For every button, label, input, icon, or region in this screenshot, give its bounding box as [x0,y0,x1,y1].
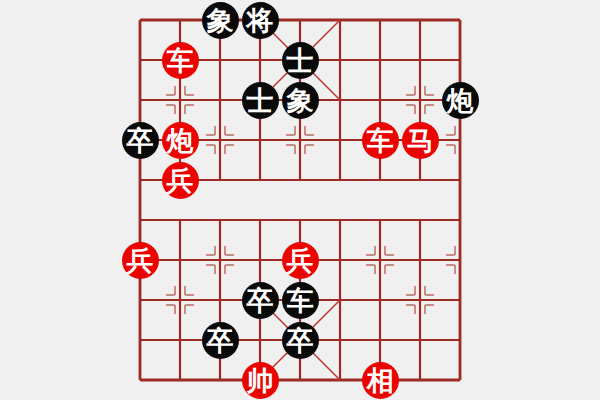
piece-black-chariot[interactable]: 车 [280,280,320,320]
piece-black-cannon[interactable]: 炮 [440,80,480,120]
piece-red-cannon[interactable]: 炮 [160,120,200,160]
red-piece-glyph: 车 [162,42,199,79]
piece-black-pawn[interactable]: 卒 [240,280,280,320]
black-piece-glyph: 卒 [242,282,279,319]
black-piece-glyph: 士 [242,82,279,119]
black-piece-glyph: 卒 [122,122,159,159]
red-piece-glyph: 马 [402,122,439,159]
piece-red-general[interactable]: 帅 [240,360,280,400]
red-piece-glyph: 车 [362,122,399,159]
piece-red-pawn[interactable]: 兵 [160,160,200,200]
black-piece-glyph: 卒 [202,322,239,359]
piece-black-general[interactable]: 将 [240,0,280,40]
black-piece-glyph: 炮 [442,82,479,119]
piece-black-pawn[interactable]: 卒 [280,320,320,360]
black-piece-glyph: 象 [202,2,239,39]
piece-black-elephant[interactable]: 象 [280,80,320,120]
red-piece-glyph: 相 [362,362,399,399]
piece-red-chariot[interactable]: 车 [160,40,200,80]
red-piece-glyph: 帅 [242,362,279,399]
black-piece-glyph: 将 [242,2,279,39]
piece-red-pawn[interactable]: 兵 [120,240,160,280]
red-piece-glyph: 炮 [162,122,199,159]
piece-red-pawn[interactable]: 兵 [280,240,320,280]
piece-red-horse[interactable]: 马 [400,120,440,160]
xiangqi-app: 象将车士士象炮卒炮车马兵兵兵卒车卒卒帅相 [0,0,600,400]
piece-red-chariot[interactable]: 车 [360,120,400,160]
piece-black-advisor[interactable]: 士 [280,40,320,80]
xiangqi-board: 象将车士士象炮卒炮车马兵兵兵卒车卒卒帅相 [120,0,480,400]
piece-red-elephant[interactable]: 相 [360,360,400,400]
piece-black-elephant[interactable]: 象 [200,0,240,40]
black-piece-glyph: 卒 [282,322,319,359]
black-piece-glyph: 象 [282,82,319,119]
piece-black-pawn[interactable]: 卒 [120,120,160,160]
red-piece-glyph: 兵 [122,242,159,279]
black-piece-glyph: 士 [282,42,319,79]
red-piece-glyph: 兵 [162,162,199,199]
black-piece-glyph: 车 [282,282,319,319]
piece-black-advisor[interactable]: 士 [240,80,280,120]
red-piece-glyph: 兵 [282,242,319,279]
piece-black-pawn[interactable]: 卒 [200,320,240,360]
